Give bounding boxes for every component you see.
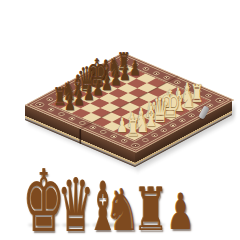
border-medallion-icon	[187, 113, 196, 117]
border-medallion-icon	[34, 102, 46, 108]
border-medallion-icon	[150, 133, 159, 137]
border-medallion-icon	[57, 112, 66, 116]
border-medallion-icon	[214, 97, 226, 103]
border-medallion-icon	[140, 138, 149, 142]
border-medallion-icon	[118, 57, 130, 63]
border-medallion-icon	[129, 143, 141, 149]
border-medallion-icon	[119, 138, 128, 142]
chess-set-board: ♜♞♝♛♚♝♞♜♟♟♟♟♟♟♟♟♟♟♟♟♟♟♟♟♜♞♝♛♚♝♞♜	[0, 0, 240, 240]
border-medallion-icon	[46, 107, 55, 111]
fold-seam-edge	[79, 128, 80, 144]
border-medallion-icon	[168, 123, 177, 127]
border-medallion-icon	[177, 118, 186, 122]
border-medallion-icon	[109, 134, 118, 138]
border-medallion-icon	[159, 128, 168, 132]
border-medallion-icon	[98, 130, 107, 134]
border-medallion-icon	[88, 125, 97, 129]
product-photo-scene: ♜♞♝♛♚♝♞♜♟♟♟♟♟♟♟♟♟♟♟♟♟♟♟♟♜♞♝♛♚♝♞♜ ♚♛♝♞♜♟	[0, 0, 240, 240]
board-surface	[25, 52, 234, 152]
border-medallion-icon	[67, 116, 76, 120]
